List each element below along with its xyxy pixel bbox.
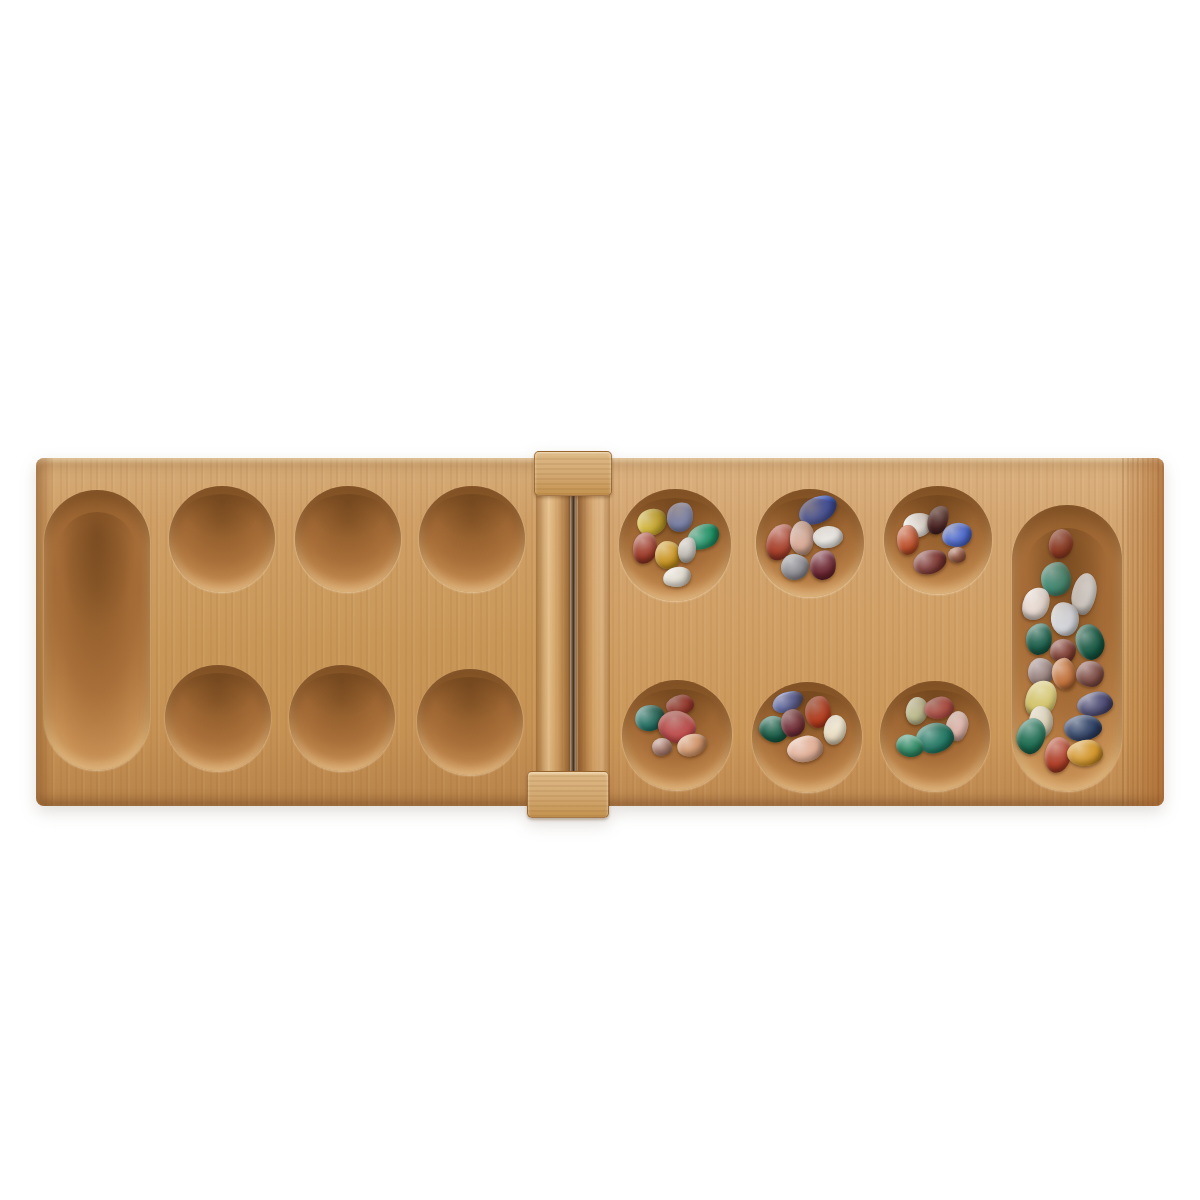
pit-right-bottom-1[interactable] <box>622 680 732 790</box>
gemstone <box>1017 583 1055 625</box>
pit-right-top-3[interactable] <box>884 486 992 594</box>
gemstone <box>790 521 814 555</box>
gemstone <box>805 696 831 728</box>
gemstone <box>1066 738 1104 767</box>
gemstone <box>1048 600 1081 638</box>
pit-right-bottom-2[interactable] <box>752 682 862 792</box>
gemstone <box>655 541 681 569</box>
gemstone <box>633 505 670 540</box>
pit-layer <box>36 458 1164 806</box>
gemstone <box>1076 661 1104 687</box>
gemstone <box>664 693 695 718</box>
pit-left-top-1[interactable] <box>169 486 275 592</box>
gemstone <box>675 730 710 759</box>
gemstone <box>808 548 839 582</box>
gemstone <box>812 525 844 550</box>
gemstone <box>948 547 966 563</box>
gemstone <box>1072 621 1108 663</box>
gemstone <box>1047 527 1076 561</box>
gemstone <box>781 709 805 737</box>
gemstone <box>1069 571 1100 617</box>
pit-left-bottom-1[interactable] <box>165 665 271 771</box>
gemstone <box>794 490 841 530</box>
store-right <box>1012 505 1122 791</box>
gemstone <box>664 499 697 535</box>
gemstone <box>940 521 974 550</box>
gemstone <box>910 546 949 578</box>
store-left <box>44 490 150 770</box>
pit-left-top-3[interactable] <box>419 486 525 592</box>
pit-right-bottom-3[interactable] <box>880 681 990 791</box>
gemstone <box>822 713 849 746</box>
gemstone <box>785 733 825 765</box>
pit-left-bottom-3[interactable] <box>417 669 523 775</box>
gemstone <box>923 502 952 537</box>
gemstone <box>904 695 931 726</box>
pit-left-top-2[interactable] <box>295 486 401 592</box>
gemstone <box>1063 713 1103 742</box>
pit-right-top-2[interactable] <box>756 489 864 597</box>
pit-left-bottom-2[interactable] <box>289 665 395 771</box>
product-photo-canvas <box>0 0 1200 1200</box>
gemstone <box>770 687 807 717</box>
gemstone <box>781 554 809 580</box>
gemstone <box>897 525 919 555</box>
gemstone <box>632 702 668 735</box>
gemstone <box>1041 562 1071 596</box>
gemstone <box>652 738 672 756</box>
gemstone <box>756 713 792 746</box>
pit-right-top-1[interactable] <box>619 489 731 601</box>
gemstone <box>922 695 955 722</box>
mancala-board <box>36 458 1164 806</box>
